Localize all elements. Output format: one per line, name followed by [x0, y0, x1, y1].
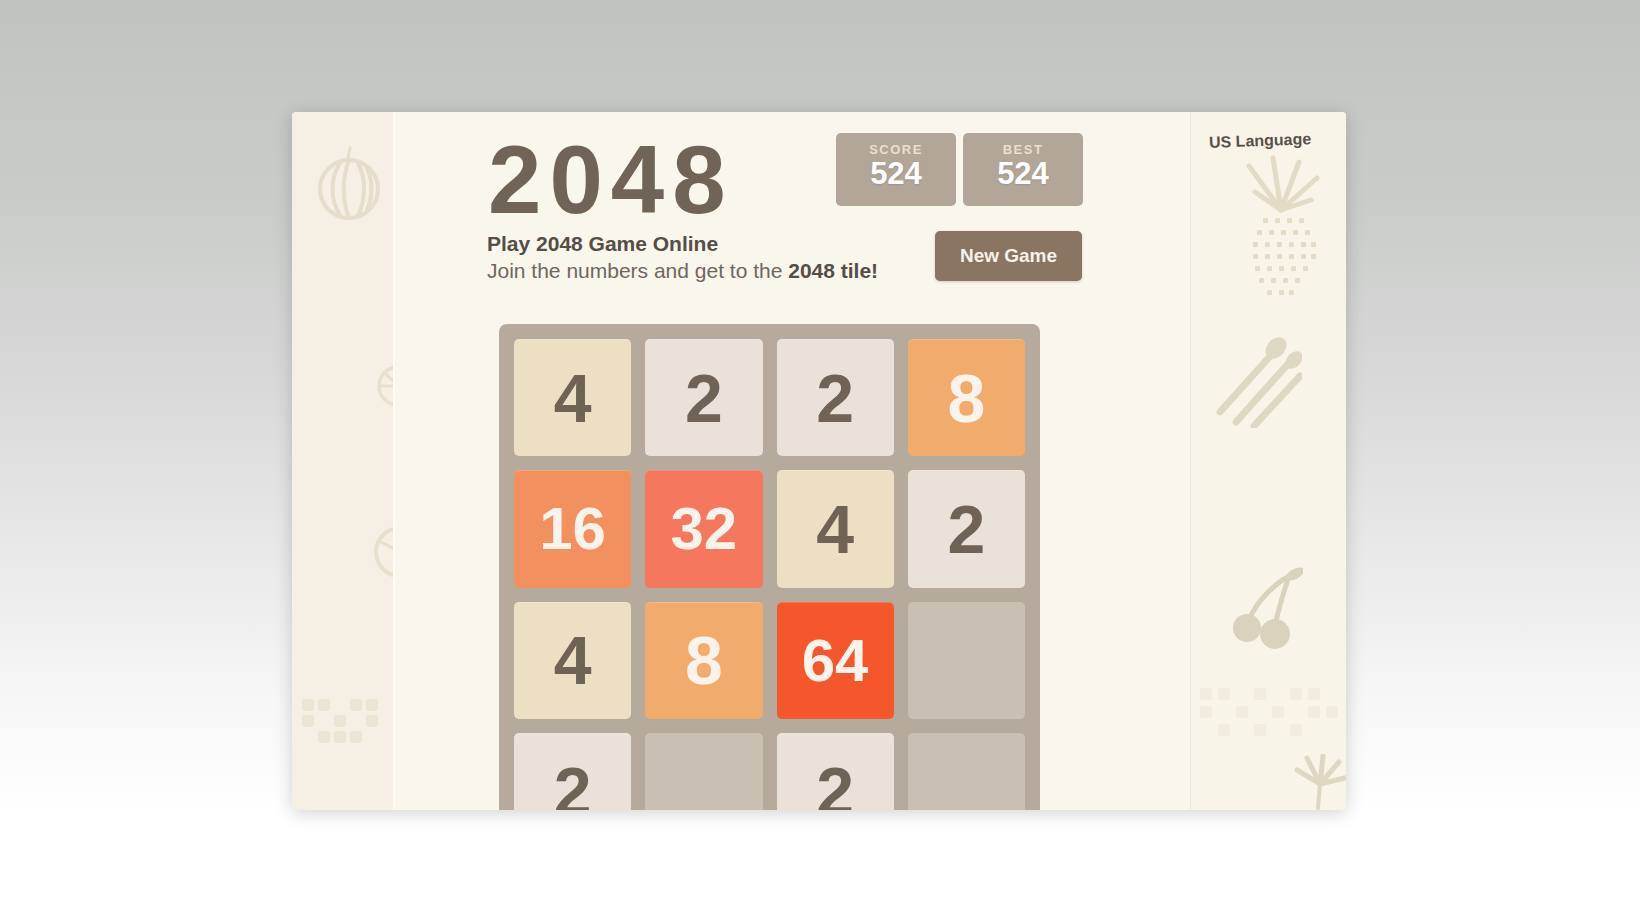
orange-slice-icon — [376, 364, 395, 408]
tagline: Join the numbers and get to the 2048 til… — [487, 259, 878, 283]
tile-4-r3c1: 4 — [514, 602, 631, 719]
cell-empty-r4c4 — [908, 733, 1025, 810]
pineapple-icon — [1229, 148, 1333, 312]
tile-2-r4c1: 2 — [514, 733, 631, 810]
watermelon-icon — [316, 146, 382, 222]
tagline-emphasis: 2048 tile! — [788, 259, 878, 282]
score-box: SCORE 524 — [836, 133, 956, 206]
palm-icon — [1291, 754, 1346, 810]
tile-32-r2c2: 32 — [645, 470, 762, 587]
tile-16-r2c1: 16 — [514, 470, 631, 587]
tile-2-r1c3: 2 — [777, 339, 894, 456]
cherries-icon — [1223, 562, 1303, 650]
tile-2-r1c2: 2 — [645, 339, 762, 456]
tile-2-r4c3: 2 — [777, 733, 894, 810]
cell-empty-r4c2 — [645, 733, 762, 810]
board-grid[interactable]: 4228163242486422 — [499, 324, 1040, 810]
game-page: 2048 SCORE 524 BEST 524 New Game Play 20… — [292, 112, 1346, 810]
language-selector[interactable]: US Language — [1209, 130, 1312, 152]
new-game-button[interactable]: New Game — [935, 231, 1082, 281]
best-value: 524 — [963, 157, 1083, 191]
tile-4-r1c1: 4 — [514, 339, 631, 456]
mosaic-pattern — [1196, 684, 1341, 740]
score-value: 524 — [836, 157, 956, 191]
tagline-text: Join the numbers and get to the — [487, 259, 788, 282]
page-title: 2048 — [488, 132, 734, 228]
tile-64-r3c3: 64 — [777, 602, 894, 719]
best-box: BEST 524 — [963, 133, 1083, 206]
tile-8-r1c4: 8 — [908, 339, 1025, 456]
score-label: SCORE — [836, 142, 956, 157]
desktop-background: { "game": "2048", "position": { "grid": … — [0, 0, 1640, 924]
tile-2-r2c4: 2 — [908, 470, 1025, 587]
tile-4-r2c3: 4 — [777, 470, 894, 587]
utensils-icon — [1214, 332, 1302, 428]
lemon-slice-icon — [372, 520, 395, 584]
tagline-bold: Play 2048 Game Online — [487, 232, 718, 256]
best-label: BEST — [963, 142, 1083, 157]
mosaic-pattern — [300, 697, 384, 755]
tile-8-r3c2: 8 — [645, 602, 762, 719]
left-sidebar — [292, 112, 395, 810]
right-sidebar: US Language — [1190, 112, 1346, 810]
cell-empty-r3c4 — [908, 602, 1025, 719]
